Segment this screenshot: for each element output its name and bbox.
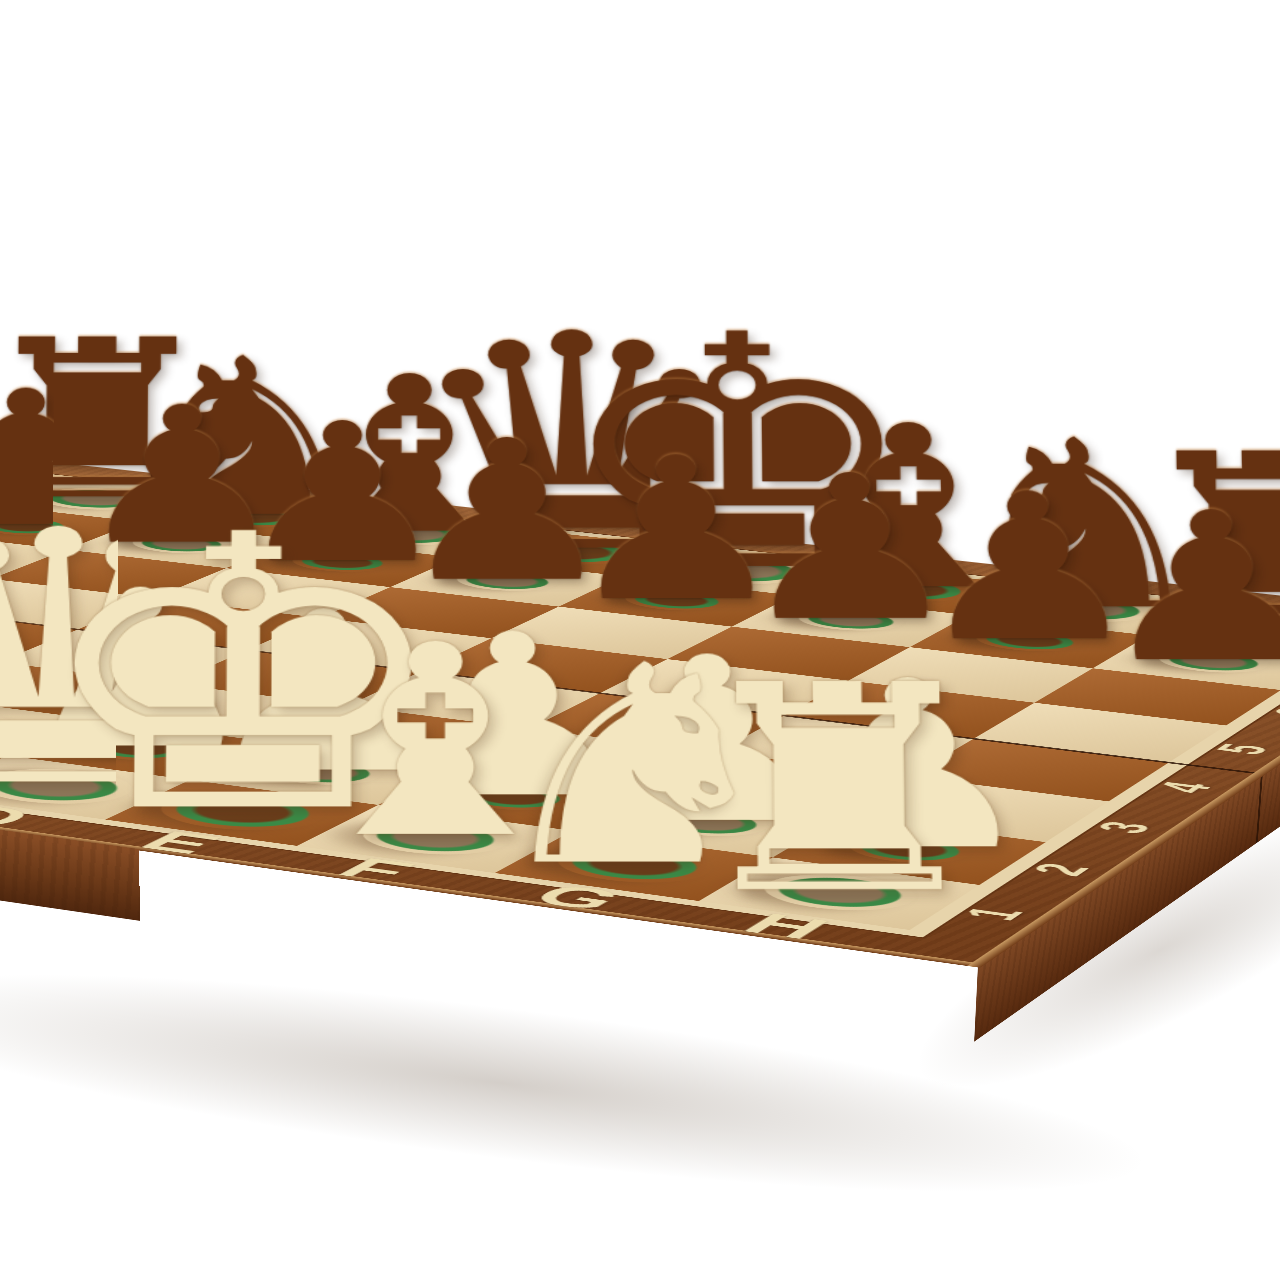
rank-label-6: 6 bbox=[1257, 705, 1280, 721]
metal-clasp bbox=[631, 880, 723, 1005]
rank-label-5: 5 bbox=[1201, 741, 1280, 758]
screw-icon bbox=[694, 966, 710, 976]
rank-label-2: 2 bbox=[1016, 860, 1105, 879]
camera-squash: ABCDEFGH12345678 ♜♞♝♛♚♝♞♜♟♟♟♟♟♟♟♟♟♟♟♟♟♟♟… bbox=[0, 0, 1280, 1280]
photo-scene: ABCDEFGH12345678 ♜♞♝♛♚♝♞♜♟♟♟♟♟♟♟♟♟♟♟♟♟♟♟… bbox=[0, 0, 1280, 1280]
rank-label-1: 1 bbox=[948, 904, 1040, 924]
fold-seam-right bbox=[1256, 773, 1263, 843]
rank-label-4: 4 bbox=[1142, 779, 1227, 796]
square-h6[interactable] bbox=[1035, 668, 1280, 725]
rank-label-3: 3 bbox=[1080, 818, 1167, 836]
folding-chess-board: ABCDEFGH12345678 ♜♞♝♛♚♝♞♜♟♟♟♟♟♟♟♟♟♟♟♟♟♟♟… bbox=[0, 459, 1280, 966]
piece-glyph-rook-icon: ♜ bbox=[676, 648, 1003, 933]
screw-icon bbox=[643, 958, 658, 968]
